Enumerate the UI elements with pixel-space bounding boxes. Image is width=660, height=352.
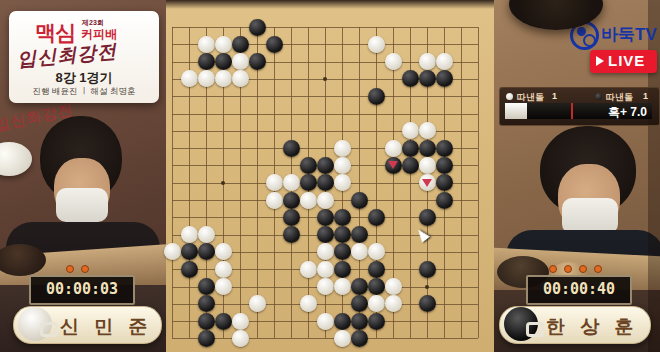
black-stone bbox=[317, 209, 334, 226]
black-stone bbox=[368, 278, 385, 295]
black-stone bbox=[283, 226, 300, 243]
white-stone bbox=[215, 70, 232, 87]
black-stone bbox=[300, 174, 317, 191]
white-stone bbox=[402, 122, 419, 139]
white-stone bbox=[181, 70, 198, 87]
white-stone bbox=[419, 122, 436, 139]
black-stone bbox=[351, 313, 368, 330]
white-stone bbox=[198, 36, 215, 53]
white-cup-icon bbox=[18, 307, 52, 341]
white-stone bbox=[419, 53, 436, 70]
white-stone bbox=[198, 70, 215, 87]
black-stone bbox=[334, 226, 351, 243]
left-player-clock: 00:00:03 bbox=[29, 275, 135, 305]
byoyomi-dot bbox=[549, 265, 557, 273]
white-stone bbox=[317, 313, 334, 330]
byoyomi-dot bbox=[66, 265, 74, 273]
black-stone bbox=[436, 192, 453, 209]
white-stone bbox=[266, 192, 283, 209]
grid-line-vertical bbox=[461, 27, 462, 338]
score-bar: 흑+ 7.0 bbox=[505, 103, 652, 119]
black-stone bbox=[317, 157, 334, 174]
white-stone bbox=[351, 243, 368, 260]
black-stone bbox=[334, 243, 351, 260]
white-stone bbox=[232, 53, 249, 70]
white-captures-count: 1 bbox=[552, 91, 557, 101]
black-stone bbox=[249, 53, 266, 70]
white-stone bbox=[232, 70, 249, 87]
black-stone bbox=[198, 313, 215, 330]
black-stone bbox=[351, 278, 368, 295]
star-point bbox=[323, 77, 327, 81]
white-stone bbox=[368, 295, 385, 312]
black-stone bbox=[436, 70, 453, 87]
byoyomi-dot bbox=[594, 265, 602, 273]
black-stone bbox=[198, 278, 215, 295]
black-stone bbox=[317, 174, 334, 191]
white-stone bbox=[317, 192, 334, 209]
white-stone-icon bbox=[506, 93, 513, 100]
right-player-mask bbox=[562, 198, 618, 234]
black-stone bbox=[198, 243, 215, 260]
white-stone bbox=[249, 295, 266, 312]
white-stone bbox=[368, 243, 385, 260]
black-stone bbox=[368, 313, 385, 330]
black-stone bbox=[436, 174, 453, 191]
white-stone bbox=[317, 278, 334, 295]
black-stone bbox=[283, 192, 300, 209]
right-player-name: 한 상 훈 bbox=[546, 314, 639, 340]
white-stone bbox=[385, 53, 402, 70]
black-stone bbox=[317, 226, 334, 243]
crew-credits: 진행 배윤진 ㅣ 해설 최명훈 bbox=[9, 86, 159, 98]
white-stone bbox=[215, 261, 232, 278]
live-badge: LIVE bbox=[590, 50, 657, 73]
last-move-marker bbox=[422, 179, 432, 187]
grid-line-horizontal bbox=[172, 338, 478, 339]
black-stone bbox=[419, 261, 436, 278]
score-label: 흑+ bbox=[608, 105, 627, 119]
black-stone bbox=[368, 88, 385, 105]
byoyomi-dot bbox=[579, 265, 587, 273]
score-estimate: 흑+ 7.0 bbox=[608, 104, 647, 121]
board-top-shadow bbox=[166, 0, 494, 9]
black-stone bbox=[283, 140, 300, 157]
white-stone bbox=[215, 278, 232, 295]
black-stone bbox=[351, 226, 368, 243]
black-stone-icon bbox=[595, 93, 602, 100]
right-player-clock: 00:00:40 bbox=[526, 275, 632, 305]
white-stone bbox=[368, 36, 385, 53]
white-stone bbox=[385, 278, 402, 295]
white-stone bbox=[334, 174, 351, 191]
white-stone bbox=[215, 36, 232, 53]
tournament-logo-card: 맥심 제23회 커피배 입신최강전 8강 1경기 진행 배윤진 ㅣ 해설 최명훈 bbox=[9, 11, 159, 103]
white-stone bbox=[385, 140, 402, 157]
grid-line-vertical bbox=[478, 27, 479, 338]
black-stone bbox=[351, 330, 368, 347]
black-stone bbox=[266, 36, 283, 53]
star-point bbox=[221, 181, 225, 185]
white-stone bbox=[334, 157, 351, 174]
white-stone bbox=[317, 243, 334, 260]
black-stone bbox=[334, 261, 351, 278]
white-stone bbox=[334, 140, 351, 157]
black-stone bbox=[198, 295, 215, 312]
white-stone bbox=[232, 330, 249, 347]
black-stone bbox=[334, 209, 351, 226]
white-stone bbox=[215, 243, 232, 260]
white-stone bbox=[334, 330, 351, 347]
coffee-cup-prop bbox=[0, 142, 32, 176]
black-stone bbox=[198, 53, 215, 70]
white-stone bbox=[317, 261, 334, 278]
white-stone bbox=[334, 278, 351, 295]
white-stone bbox=[300, 261, 317, 278]
black-stone bbox=[419, 295, 436, 312]
white-stone bbox=[419, 157, 436, 174]
live-play-icon bbox=[596, 56, 604, 66]
left-player-mask bbox=[56, 188, 108, 222]
white-stone bbox=[266, 174, 283, 191]
broadcast-frame: 입신최강전 맥심 제23회 커피배 입신최강전 8강 1경기 진행 배윤진 ㅣ … bbox=[0, 0, 660, 352]
white-stone bbox=[181, 226, 198, 243]
white-stone bbox=[436, 53, 453, 70]
score-value: 7.0 bbox=[630, 105, 647, 119]
left-player-name: 신 민 준 bbox=[60, 314, 153, 340]
black-stone bbox=[368, 261, 385, 278]
byoyomi-dot bbox=[564, 265, 572, 273]
right-byoyomi-dots bbox=[549, 265, 602, 273]
left-player-nameplate: 신 민 준 bbox=[13, 306, 162, 344]
right-player-nameplate: 한 상 훈 bbox=[499, 306, 651, 344]
left-byoyomi-dots bbox=[66, 265, 89, 273]
round-title: 8강 1경기 bbox=[9, 69, 159, 87]
black-stone bbox=[215, 313, 232, 330]
white-stone bbox=[283, 174, 300, 191]
black-stone bbox=[419, 70, 436, 87]
black-stone bbox=[181, 261, 198, 278]
live-label: LIVE bbox=[608, 52, 645, 69]
channel-name: 바둑TV bbox=[601, 23, 657, 46]
black-stone bbox=[283, 209, 300, 226]
black-stone bbox=[436, 157, 453, 174]
black-stone bbox=[181, 243, 198, 260]
last-move-marker bbox=[388, 161, 398, 169]
black-stone bbox=[419, 209, 436, 226]
black-stone bbox=[436, 140, 453, 157]
black-stone bbox=[419, 140, 436, 157]
black-stone bbox=[402, 140, 419, 157]
black-cup-icon bbox=[504, 307, 538, 341]
black-stone bbox=[215, 53, 232, 70]
black-stone bbox=[300, 157, 317, 174]
white-stone bbox=[300, 192, 317, 209]
white-stone bbox=[164, 243, 181, 260]
black-stone bbox=[232, 36, 249, 53]
white-stone bbox=[198, 226, 215, 243]
black-stone bbox=[351, 295, 368, 312]
black-stone bbox=[402, 70, 419, 87]
black-stone bbox=[249, 19, 266, 36]
black-stone bbox=[402, 157, 419, 174]
go-board bbox=[166, 0, 496, 352]
byoyomi-dot bbox=[81, 265, 89, 273]
score-bar-white-segment bbox=[505, 103, 527, 119]
white-stone bbox=[300, 295, 317, 312]
white-stone bbox=[232, 313, 249, 330]
star-point bbox=[425, 285, 429, 289]
black-stone bbox=[198, 330, 215, 347]
score-bar-tick bbox=[571, 103, 573, 119]
score-panel: 따낸돌 1 따낸돌 1 흑+ 7.0 bbox=[499, 87, 660, 126]
black-captures-count: 1 bbox=[643, 91, 648, 101]
black-stone bbox=[351, 192, 368, 209]
white-stone bbox=[385, 295, 402, 312]
black-stone bbox=[334, 313, 351, 330]
black-stone bbox=[368, 209, 385, 226]
